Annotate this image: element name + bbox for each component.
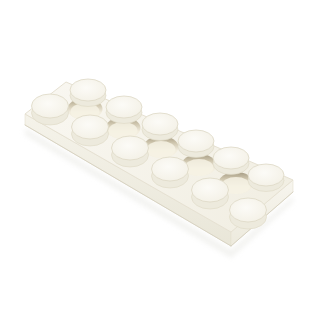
- stud-front-5: [192, 178, 229, 202]
- stud-back-6: [248, 164, 284, 186]
- stud-front-6: [230, 198, 267, 222]
- stud-back-3: [142, 113, 178, 135]
- stud-back-5: [213, 147, 249, 169]
- technic-hole-4-inner: [185, 159, 214, 176]
- technic-hole-3-inner: [147, 141, 176, 158]
- stud-back-2: [106, 96, 142, 118]
- stud-back-1: [70, 79, 106, 101]
- lego-plate-image: [0, 0, 320, 320]
- stud-front-2: [72, 115, 109, 139]
- stud-front-4: [152, 157, 189, 181]
- product-photo: [0, 0, 320, 320]
- stud-front-3: [112, 136, 149, 160]
- stud-back-4: [178, 130, 214, 152]
- stud-front-1: [32, 94, 69, 118]
